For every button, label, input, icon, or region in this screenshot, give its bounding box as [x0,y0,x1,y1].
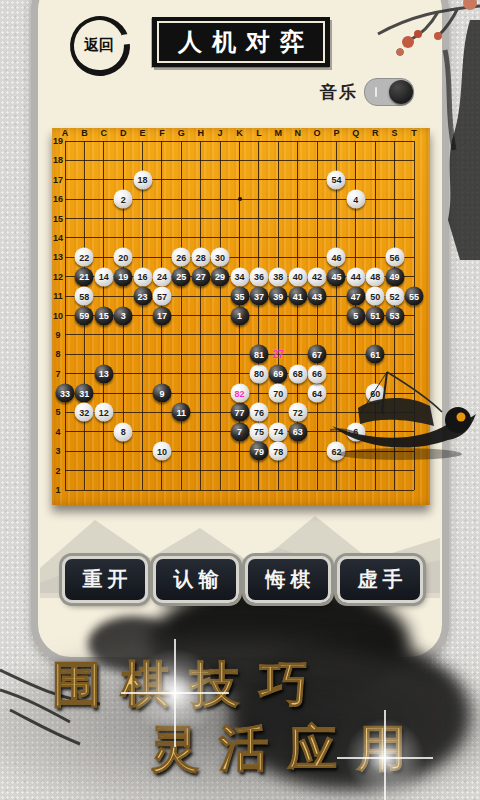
capture-marker: 27 [273,349,284,360]
stone-B5: 32 [75,403,94,422]
slogan-line1: 围棋技巧 [52,652,328,718]
stone-M11: 39 [269,287,288,306]
stone-J12: 29 [211,267,230,286]
stone-D12: 19 [114,267,133,286]
stone-S13: 56 [385,248,404,267]
stone-N5: 72 [288,403,307,422]
stone-M7: 69 [269,364,288,383]
column-label: O [314,128,321,138]
stone-O8: 67 [308,345,327,364]
column-label: R [372,128,379,138]
stone-P3: 62 [327,442,346,461]
title-banner: 人机对弈 [152,17,330,67]
grid-vline [414,141,415,490]
stone-A6: 33 [56,384,75,403]
stone-D4: 8 [114,422,133,441]
stone-F3: 10 [152,442,171,461]
stone-E12: 16 [133,267,152,286]
stone-B10: 59 [75,306,94,325]
row-label: 9 [55,330,60,340]
row-label: 17 [53,175,63,185]
column-label: L [256,128,262,138]
stone-K12: 34 [230,267,249,286]
back-button-label: 返回 [84,36,114,55]
stone-S12: 49 [385,267,404,286]
stone-M6: 70 [269,384,288,403]
grid-hline [65,470,414,471]
stone-L7: 80 [249,364,268,383]
column-label: Q [352,128,359,138]
pass-button-label: 虚手 [353,566,408,593]
stone-Q12: 44 [346,267,365,286]
stone-F11: 57 [152,287,171,306]
stone-K5: 77 [230,403,249,422]
row-label: 7 [55,369,60,379]
grid-hline [65,354,414,355]
stone-P13: 46 [327,248,346,267]
column-label: J [218,128,223,138]
row-label: 4 [55,427,60,437]
stone-B13: 22 [75,248,94,267]
grid-vline [336,141,337,490]
stone-O6: 64 [308,384,327,403]
row-label: 13 [53,252,63,262]
column-label: D [120,128,127,138]
undo-button[interactable]: 悔棋 [245,556,331,603]
stone-R8: 61 [366,345,385,364]
row-label: 14 [53,233,63,243]
grid-vline [317,141,318,490]
stone-E17: 18 [133,170,152,189]
restart-button-label: 重开 [78,566,133,593]
stone-R6: 60 [366,384,385,403]
row-label: 8 [55,349,60,359]
stone-B11: 58 [75,287,94,306]
music-toggle[interactable] [364,78,414,106]
column-label: H [197,128,204,138]
grid-hline [65,373,414,374]
undo-button-label: 悔棋 [261,566,316,593]
grid-hline [65,490,414,491]
grid-hline [65,334,414,335]
stone-M4: 74 [269,422,288,441]
stone-O12: 42 [308,267,327,286]
column-label: G [178,128,185,138]
title-banner-frame: 人机对弈 [157,21,325,63]
row-label: 15 [53,214,63,224]
stone-E11: 23 [133,287,152,306]
row-label: 12 [53,272,63,282]
stone-C7: 13 [94,364,113,383]
stone-H13: 28 [191,248,210,267]
stone-S10: 53 [385,306,404,325]
pass-button[interactable]: 虚手 [337,556,423,603]
stone-D10: 3 [114,306,133,325]
stone-K11: 35 [230,287,249,306]
stone-L8: 81 [249,345,268,364]
stone-Q10: 5 [346,306,365,325]
stone-L5: 76 [249,403,268,422]
column-label: M [275,128,283,138]
column-label: N [294,128,301,138]
column-label: P [333,128,339,138]
stone-K10: 1 [230,306,249,325]
row-label: 2 [55,466,60,476]
stone-P12: 45 [327,267,346,286]
stone-G13: 26 [172,248,191,267]
stone-N4: 63 [288,422,307,441]
column-label: B [81,128,88,138]
stone-C10: 15 [94,306,113,325]
toggle-off-mark [375,87,377,97]
stone-R11: 50 [366,287,385,306]
stone-G5: 11 [172,403,191,422]
stone-B6: 31 [75,384,94,403]
stone-P17: 54 [327,170,346,189]
stone-O11: 43 [308,287,327,306]
stone-L4: 75 [249,422,268,441]
go-board[interactable]: A19B18C17D16E15F14G13H12J11K10L9M8N7O6P5… [52,128,430,505]
stone-D13: 20 [114,248,133,267]
stone-S11: 52 [385,287,404,306]
column-label: C [101,128,108,138]
column-label: T [411,128,417,138]
row-label: 3 [55,446,60,456]
stone-K4: 7 [230,422,249,441]
stone-N12: 40 [288,267,307,286]
stone-N7: 68 [288,364,307,383]
restart-button[interactable]: 重开 [62,556,148,603]
page-title: 人机对弈 [168,26,314,58]
stone-N11: 41 [288,287,307,306]
column-label: S [392,128,398,138]
column-label: K [236,128,243,138]
music-setting-row: 音乐 [320,78,414,106]
row-label: 19 [53,136,63,146]
row-label: 11 [53,291,63,301]
stone-R12: 48 [366,267,385,286]
stone-L3: 79 [249,442,268,461]
stone-J13: 30 [211,248,230,267]
stone-O7: 66 [308,364,327,383]
stone-L12: 36 [249,267,268,286]
row-label: 10 [53,311,63,321]
music-label: 音乐 [320,81,358,104]
resign-button[interactable]: 认输 [153,556,239,603]
stone-B12: 21 [75,267,94,286]
stone-C12: 14 [94,267,113,286]
star-point [238,197,242,201]
column-label: F [159,128,165,138]
slogan-line2: 灵活应用 [150,716,426,782]
stone-L11: 37 [249,287,268,306]
toggle-knob[interactable] [389,80,413,104]
row-label: 5 [55,407,60,417]
stone-Q11: 47 [346,287,365,306]
stone-M12: 38 [269,267,288,286]
column-label: E [140,128,146,138]
stone-T11: 55 [405,287,424,306]
stone-Q4: 6 [346,422,365,441]
stone-K6: 82 [230,384,249,403]
resign-button-label: 认输 [169,566,224,593]
stone-R10: 51 [366,306,385,325]
app-screen: 返回 人机对弈 音乐 A19B18C17D16E15F14G13H12J11K1… [0,0,480,800]
stone-F6: 9 [152,384,171,403]
stone-Q16: 4 [346,190,365,209]
stone-H12: 27 [191,267,210,286]
stone-F12: 24 [152,267,171,286]
stone-D16: 2 [114,190,133,209]
stone-G12: 25 [172,267,191,286]
action-button-row: 重开 认输 悔棋 虚手 [0,556,480,600]
row-label: 18 [53,155,63,165]
row-label: 1 [55,485,60,495]
stone-C5: 12 [94,403,113,422]
stone-M3: 78 [269,442,288,461]
grid-hline [65,451,414,452]
row-label: 16 [53,194,63,204]
stone-F10: 17 [152,306,171,325]
